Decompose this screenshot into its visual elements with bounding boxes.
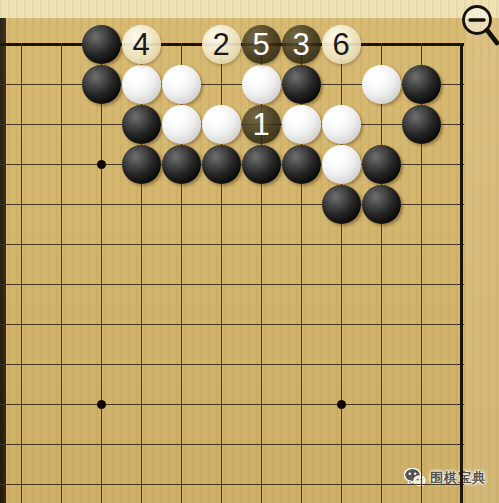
move-stone-3-P19: 3 <box>282 25 321 64</box>
star-point-K10 <box>97 400 106 409</box>
stone-black-L17 <box>122 105 161 144</box>
grid-line-h-11 <box>0 364 464 365</box>
stone-white-R18 <box>362 65 401 104</box>
star-point-K16 <box>97 160 106 169</box>
stone-white-L18 <box>122 65 161 104</box>
move-stone-2-N19: 2 <box>202 25 241 64</box>
stone-white-M18 <box>162 65 201 104</box>
grid-line-h-12 <box>0 324 464 325</box>
move-stone-6-Q19: 6 <box>322 25 361 64</box>
move-stone-4-L19: 4 <box>122 25 161 64</box>
stone-white-N17 <box>202 105 241 144</box>
grid-line-h-8 <box>0 484 464 485</box>
grid-line-h-9 <box>0 444 464 445</box>
grid-line-h-10 <box>0 404 464 405</box>
zoom-out-icon[interactable] <box>456 2 499 48</box>
grid-line-h-13 <box>0 284 464 285</box>
grid-line-v-K <box>101 43 102 503</box>
stone-black-P18 <box>282 65 321 104</box>
stone-black-O16 <box>242 145 281 184</box>
stone-black-M16 <box>162 145 201 184</box>
stone-black-K18 <box>82 65 121 104</box>
stone-white-Q16 <box>322 145 361 184</box>
stone-black-P16 <box>282 145 321 184</box>
stone-black-S18 <box>402 65 441 104</box>
stone-white-M17 <box>162 105 201 144</box>
stone-black-N16 <box>202 145 241 184</box>
stone-black-L16 <box>122 145 161 184</box>
board-left-edge <box>0 18 6 503</box>
move-stone-1-O17: 1 <box>242 105 281 144</box>
stone-black-R15 <box>362 185 401 224</box>
star-point-Q10 <box>337 400 346 409</box>
grid-line-v-J <box>61 43 62 503</box>
grid-line-h-14 <box>0 244 464 245</box>
stone-black-Q15 <box>322 185 361 224</box>
stone-black-K19 <box>82 25 121 64</box>
move-stone-5-O19: 5 <box>242 25 281 64</box>
stone-white-O18 <box>242 65 281 104</box>
grid-line-v-R <box>381 43 382 503</box>
stone-white-Q17 <box>322 105 361 144</box>
row-label-strip <box>465 18 499 503</box>
column-label-strip <box>0 0 499 18</box>
go-app-screen: 围棋宝典 123456 <box>0 0 499 503</box>
stone-white-P17 <box>282 105 321 144</box>
stone-black-S17 <box>402 105 441 144</box>
grid-line-v-T <box>460 43 463 503</box>
grid-line-v-H <box>21 43 22 503</box>
stone-black-R16 <box>362 145 401 184</box>
